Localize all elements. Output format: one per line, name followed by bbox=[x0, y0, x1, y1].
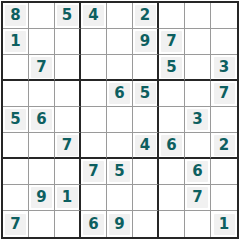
given-digit: 5 bbox=[57, 5, 78, 26]
cell-r9c1: 7 bbox=[3, 211, 29, 237]
cell-r2c6: 9 bbox=[133, 29, 159, 55]
cell-r8c8: 7 bbox=[185, 185, 211, 211]
cell-r8c7[interactable] bbox=[159, 185, 185, 211]
cell-r5c5[interactable] bbox=[107, 107, 133, 133]
cell-r2c8[interactable] bbox=[185, 29, 211, 55]
given-digit: 1 bbox=[57, 187, 78, 208]
cell-r4c9: 7 bbox=[211, 81, 237, 107]
cell-r5c1: 5 bbox=[3, 107, 29, 133]
cell-r4c4[interactable] bbox=[81, 81, 107, 107]
cell-r8c3: 1 bbox=[55, 185, 81, 211]
given-digit: 9 bbox=[31, 187, 52, 208]
cell-r3c4[interactable] bbox=[81, 55, 107, 81]
given-digit: 6 bbox=[187, 161, 208, 182]
given-digit: 9 bbox=[135, 31, 156, 52]
cell-r6c6: 4 bbox=[133, 133, 159, 159]
cell-r2c4[interactable] bbox=[81, 29, 107, 55]
given-digit: 6 bbox=[109, 83, 130, 104]
given-digit: 7 bbox=[161, 31, 182, 52]
cell-r7c5: 5 bbox=[107, 159, 133, 185]
cell-r1c6: 2 bbox=[133, 3, 159, 29]
given-digit: 8 bbox=[5, 5, 26, 26]
given-digit: 3 bbox=[214, 57, 235, 78]
cell-r2c2[interactable] bbox=[29, 29, 55, 55]
cell-r7c6[interactable] bbox=[133, 159, 159, 185]
given-digit: 6 bbox=[31, 109, 52, 130]
given-digit: 1 bbox=[5, 31, 26, 52]
cell-r5c9[interactable] bbox=[211, 107, 237, 133]
given-digit: 5 bbox=[161, 57, 182, 78]
cell-r1c9[interactable] bbox=[211, 3, 237, 29]
cell-r5c6[interactable] bbox=[133, 107, 159, 133]
cell-r3c9: 3 bbox=[211, 55, 237, 81]
cell-r8c9[interactable] bbox=[211, 185, 237, 211]
cell-r2c7: 7 bbox=[159, 29, 185, 55]
cell-r8c1[interactable] bbox=[3, 185, 29, 211]
given-digit: 9 bbox=[109, 214, 130, 235]
cell-r1c5[interactable] bbox=[107, 3, 133, 29]
cell-r9c4: 6 bbox=[81, 211, 107, 237]
cell-r5c3[interactable] bbox=[55, 107, 81, 133]
given-digit: 2 bbox=[135, 5, 156, 26]
cell-r3c2: 7 bbox=[29, 55, 55, 81]
cell-r4c3[interactable] bbox=[55, 81, 81, 107]
cell-r5c7[interactable] bbox=[159, 107, 185, 133]
cell-r4c5: 6 bbox=[107, 81, 133, 107]
cell-r8c4[interactable] bbox=[81, 185, 107, 211]
cell-r5c8: 3 bbox=[185, 107, 211, 133]
cell-r6c8[interactable] bbox=[185, 133, 211, 159]
cell-r1c4: 4 bbox=[81, 3, 107, 29]
cell-r9c8[interactable] bbox=[185, 211, 211, 237]
cell-r3c3[interactable] bbox=[55, 55, 81, 81]
cell-r6c1[interactable] bbox=[3, 133, 29, 159]
cell-r3c6[interactable] bbox=[133, 55, 159, 81]
cell-r8c2: 9 bbox=[29, 185, 55, 211]
cell-r3c1[interactable] bbox=[3, 55, 29, 81]
cell-r4c1[interactable] bbox=[3, 81, 29, 107]
cell-r1c3: 5 bbox=[55, 3, 81, 29]
given-digit: 2 bbox=[214, 135, 235, 156]
sudoku-board: 854219775365756374627569177691 bbox=[1, 1, 239, 239]
cell-r7c8: 6 bbox=[185, 159, 211, 185]
cell-r1c2[interactable] bbox=[29, 3, 55, 29]
cell-r1c7[interactable] bbox=[159, 3, 185, 29]
given-digit: 5 bbox=[109, 161, 130, 182]
cell-r9c7[interactable] bbox=[159, 211, 185, 237]
cell-r5c4[interactable] bbox=[81, 107, 107, 133]
given-digit: 5 bbox=[135, 83, 156, 104]
cell-r6c4[interactable] bbox=[81, 133, 107, 159]
given-digit: 4 bbox=[83, 5, 104, 26]
cell-r1c1: 8 bbox=[3, 3, 29, 29]
cell-r4c6: 5 bbox=[133, 81, 159, 107]
cell-r9c3[interactable] bbox=[55, 211, 81, 237]
cell-r6c3: 7 bbox=[55, 133, 81, 159]
cell-r1c8[interactable] bbox=[185, 3, 211, 29]
cell-r3c5[interactable] bbox=[107, 55, 133, 81]
cell-r9c9: 1 bbox=[211, 211, 237, 237]
given-digit: 3 bbox=[187, 109, 208, 130]
cell-r7c1[interactable] bbox=[3, 159, 29, 185]
given-digit: 7 bbox=[187, 187, 208, 208]
cell-r2c1: 1 bbox=[3, 29, 29, 55]
given-digit: 7 bbox=[31, 57, 52, 78]
cell-r9c6[interactable] bbox=[133, 211, 159, 237]
cell-r6c9: 2 bbox=[211, 133, 237, 159]
cell-r4c8[interactable] bbox=[185, 81, 211, 107]
cell-r7c3[interactable] bbox=[55, 159, 81, 185]
cell-r3c7: 5 bbox=[159, 55, 185, 81]
given-digit: 6 bbox=[83, 214, 104, 235]
cell-r9c5: 9 bbox=[107, 211, 133, 237]
cell-r5c2: 6 bbox=[29, 107, 55, 133]
cell-r9c2[interactable] bbox=[29, 211, 55, 237]
given-digit: 5 bbox=[5, 109, 26, 130]
given-digit: 1 bbox=[214, 214, 235, 235]
cell-r8c5[interactable] bbox=[107, 185, 133, 211]
cell-r7c9[interactable] bbox=[211, 159, 237, 185]
cell-r3c8[interactable] bbox=[185, 55, 211, 81]
given-digit: 7 bbox=[214, 83, 235, 104]
cell-r4c2[interactable] bbox=[29, 81, 55, 107]
given-digit: 7 bbox=[57, 135, 78, 156]
cell-r2c3[interactable] bbox=[55, 29, 81, 55]
cell-r8c6[interactable] bbox=[133, 185, 159, 211]
cell-r6c7: 6 bbox=[159, 133, 185, 159]
cell-r4c7[interactable] bbox=[159, 81, 185, 107]
given-digit: 7 bbox=[5, 214, 26, 235]
cell-r7c7[interactable] bbox=[159, 159, 185, 185]
cell-r7c4: 7 bbox=[81, 159, 107, 185]
cell-r2c5[interactable] bbox=[107, 29, 133, 55]
cell-r2c9[interactable] bbox=[211, 29, 237, 55]
given-digit: 4 bbox=[135, 135, 156, 156]
given-digit: 7 bbox=[83, 161, 104, 182]
given-digit: 6 bbox=[161, 135, 182, 156]
cell-r6c2[interactable] bbox=[29, 133, 55, 159]
cell-r6c5[interactable] bbox=[107, 133, 133, 159]
cell-r7c2[interactable] bbox=[29, 159, 55, 185]
